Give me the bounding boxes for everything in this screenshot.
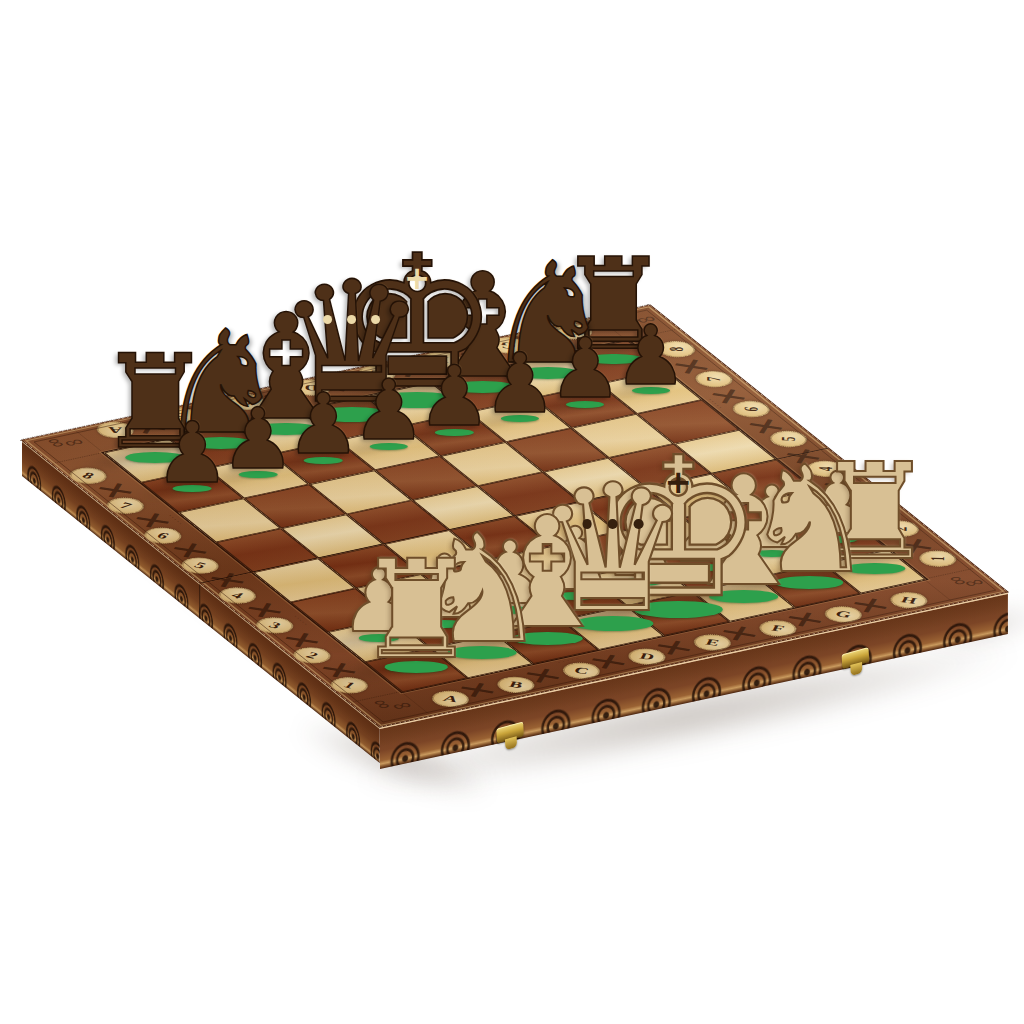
dark-pawn-icon: ♟ bbox=[548, 328, 622, 411]
dark-pawn-icon: ♟ bbox=[155, 411, 231, 495]
dark-pawn-icon: ♟ bbox=[286, 383, 361, 467]
pieces-layer: ♜♞♝♛♚+♝♞♜♟♟♟♟♟♟♟♟♟♟♟♟♟♟♟♟♜♞♝♛♚+♝♞♜ bbox=[0, 0, 1024, 1024]
scene: ×××××××∞∞··········ABCDEFGH×××××××∞∞····… bbox=[0, 0, 1024, 1024]
dark-pawn-icon: ♟ bbox=[417, 355, 492, 438]
dark-pawn-icon: ♟ bbox=[614, 314, 688, 396]
dark-pawn-icon: ♟ bbox=[220, 397, 295, 481]
light-rook-icon: ♜ bbox=[355, 542, 477, 678]
dark-pawn-icon: ♟ bbox=[483, 342, 557, 425]
dark-pawn-icon: ♟ bbox=[351, 369, 426, 453]
